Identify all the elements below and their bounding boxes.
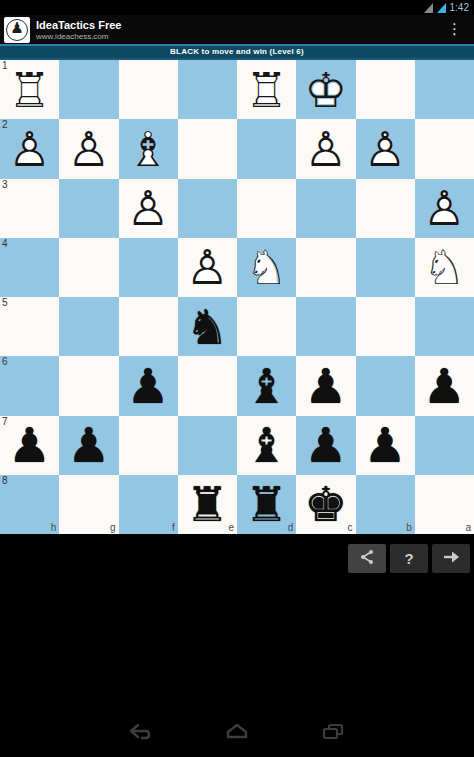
piece-black-pawn[interactable]: ♟ <box>296 356 355 415</box>
square-c7[interactable]: ♟ <box>296 416 355 475</box>
piece-black-bishop[interactable]: ♝ <box>237 356 296 415</box>
square-c5[interactable] <box>296 297 355 356</box>
piece-white-rook[interactable]: ♜♖ <box>237 60 296 119</box>
puzzle-banner: BLACK to move and win (Level 6) <box>0 44 474 60</box>
square-a5[interactable] <box>415 297 474 356</box>
square-f1[interactable] <box>119 60 178 119</box>
square-b3[interactable] <box>356 179 415 238</box>
rank-label-5: 5 <box>2 298 8 308</box>
square-h8[interactable]: 8h <box>0 475 59 534</box>
square-e7[interactable] <box>178 416 237 475</box>
square-g6[interactable] <box>59 356 118 415</box>
square-a8[interactable]: a <box>415 475 474 534</box>
status-bar: 1:42 <box>0 0 474 15</box>
square-b4[interactable] <box>356 238 415 297</box>
piece-outline-layer: ♙ <box>8 125 51 173</box>
puzzle-banner-text: BLACK to move and win (Level 6) <box>170 46 304 58</box>
file-label-b: b <box>406 523 412 533</box>
square-h4[interactable]: 4 <box>0 238 59 297</box>
app-title: IdeaTactics Free <box>36 19 121 32</box>
square-g2[interactable]: ♟♙ <box>59 119 118 178</box>
share-icon <box>359 549 375 569</box>
square-g4[interactable] <box>59 238 118 297</box>
piece-black-pawn[interactable]: ♟ <box>296 416 355 475</box>
square-f7[interactable] <box>119 416 178 475</box>
piece-outline-layer: ♙ <box>67 125 110 173</box>
piece-white-pawn[interactable]: ♟♙ <box>119 179 178 238</box>
square-b2[interactable]: ♟♙ <box>356 119 415 178</box>
square-e5[interactable]: ♞ <box>178 297 237 356</box>
square-h1[interactable]: 1♜♖ <box>0 60 59 119</box>
question-mark-icon: ? <box>404 550 413 567</box>
file-label-f: f <box>172 523 175 533</box>
piece-black-pawn[interactable]: ♟ <box>119 356 178 415</box>
rank-label-6: 6 <box>2 357 8 367</box>
square-f3[interactable]: ♟♙ <box>119 179 178 238</box>
square-h7[interactable]: 7♟ <box>0 416 59 475</box>
square-d2[interactable] <box>237 119 296 178</box>
square-e3[interactable] <box>178 179 237 238</box>
piece-black-rook[interactable]: ♜ <box>237 475 296 534</box>
square-a3[interactable]: ♟♙ <box>415 179 474 238</box>
logo-pawn-icon: ♟ <box>10 21 23 36</box>
rank-label-3: 3 <box>2 180 8 190</box>
title-block: IdeaTactics Free www.ideachess.com <box>36 19 121 41</box>
rank-label-8: 8 <box>2 476 8 486</box>
piece-outline-layer: ♘ <box>423 243 466 291</box>
piece-outline-layer: ♙ <box>304 125 347 173</box>
piece-outline-layer: ♙ <box>127 184 170 232</box>
hint-button[interactable]: ? <box>390 544 428 573</box>
square-g3[interactable] <box>59 179 118 238</box>
piece-white-pawn[interactable]: ♟♙ <box>296 119 355 178</box>
lower-panel: ? <box>0 534 474 757</box>
square-c3[interactable] <box>296 179 355 238</box>
piece-black-king[interactable]: ♚ <box>296 475 355 534</box>
square-d8[interactable]: d♜ <box>237 475 296 534</box>
home-icon <box>225 723 249 740</box>
square-e4[interactable]: ♟♙ <box>178 238 237 297</box>
square-a1[interactable] <box>415 60 474 119</box>
wifi-signal-icon <box>437 3 446 13</box>
square-e6[interactable] <box>178 356 237 415</box>
piece-black-knight[interactable]: ♞ <box>178 297 237 356</box>
square-g8[interactable]: g <box>59 475 118 534</box>
piece-white-pawn[interactable]: ♟♙ <box>178 238 237 297</box>
piece-black-pawn[interactable]: ♟ <box>356 416 415 475</box>
piece-outline-layer: ♗ <box>127 125 170 173</box>
back-button[interactable] <box>128 722 154 740</box>
square-f8[interactable]: f <box>119 475 178 534</box>
recents-button[interactable] <box>320 722 346 740</box>
file-label-g: g <box>110 523 116 533</box>
square-c4[interactable] <box>296 238 355 297</box>
piece-black-rook[interactable]: ♜ <box>178 475 237 534</box>
rank-label-4: 4 <box>2 239 8 249</box>
square-f6[interactable]: ♟ <box>119 356 178 415</box>
piece-black-bishop[interactable]: ♝ <box>237 416 296 475</box>
square-f4[interactable] <box>119 238 178 297</box>
square-d7[interactable]: ♝ <box>237 416 296 475</box>
square-b6[interactable] <box>356 356 415 415</box>
toolbar: ? <box>0 534 474 573</box>
square-h5[interactable]: 5 <box>0 297 59 356</box>
square-c8[interactable]: c♚ <box>296 475 355 534</box>
back-icon <box>128 723 154 740</box>
logo-ring: ♟ <box>6 19 28 41</box>
android-nav-bar <box>0 709 474 757</box>
cellular-signal-icon <box>424 3 433 13</box>
overflow-menu-icon[interactable]: ⋮ <box>439 15 470 44</box>
action-bar: ♟ IdeaTactics Free www.ideachess.com ⋮ <box>0 15 474 44</box>
square-g7[interactable]: ♟ <box>59 416 118 475</box>
piece-outline-layer: ♙ <box>364 125 407 173</box>
piece-white-pawn[interactable]: ♟♙ <box>415 179 474 238</box>
square-d1[interactable]: ♜♖ <box>237 60 296 119</box>
square-b1[interactable] <box>356 60 415 119</box>
file-label-a: a <box>465 523 471 533</box>
piece-white-bishop[interactable]: ♝♗ <box>119 119 178 178</box>
arrow-right-icon <box>443 550 460 568</box>
square-b7[interactable]: ♟ <box>356 416 415 475</box>
square-g5[interactable] <box>59 297 118 356</box>
app-subtitle: www.ideachess.com <box>36 32 121 41</box>
square-d4[interactable]: ♞♘ <box>237 238 296 297</box>
square-a2[interactable] <box>415 119 474 178</box>
piece-outline-layer: ♙ <box>423 184 466 232</box>
piece-white-knight[interactable]: ♞♘ <box>237 238 296 297</box>
piece-outline-layer: ♘ <box>245 243 288 291</box>
square-h2[interactable]: 2♟♙ <box>0 119 59 178</box>
status-time: 1:42 <box>450 0 469 15</box>
piece-black-pawn[interactable]: ♟ <box>0 416 59 475</box>
piece-white-knight[interactable]: ♞♘ <box>415 238 474 297</box>
square-a6[interactable]: ♟ <box>415 356 474 415</box>
piece-white-pawn[interactable]: ♟♙ <box>356 119 415 178</box>
recents-icon <box>322 723 344 740</box>
piece-outline-layer: ♖ <box>245 66 288 114</box>
square-c2[interactable]: ♟♙ <box>296 119 355 178</box>
chess-board[interactable]: 1♜♖♜♖♚♔2♟♙♟♙♝♗♟♙♟♙3♟♙♟♙4♟♙♞♘♞♘5♞6♟♝♟♟7♟♟… <box>0 60 474 536</box>
piece-outline-layer: ♙ <box>186 243 229 291</box>
square-e1[interactable] <box>178 60 237 119</box>
square-a7[interactable] <box>415 416 474 475</box>
home-button[interactable] <box>224 722 250 740</box>
piece-white-pawn[interactable]: ♟♙ <box>59 119 118 178</box>
square-a4[interactable]: ♞♘ <box>415 238 474 297</box>
piece-white-pawn[interactable]: ♟♙ <box>0 119 59 178</box>
square-h6[interactable]: 6 <box>0 356 59 415</box>
square-b8[interactable]: b <box>356 475 415 534</box>
square-c1[interactable]: ♚♔ <box>296 60 355 119</box>
piece-white-rook[interactable]: ♜♖ <box>0 60 59 119</box>
square-g1[interactable] <box>59 60 118 119</box>
square-c6[interactable]: ♟ <box>296 356 355 415</box>
file-label-h: h <box>51 523 57 533</box>
next-puzzle-button[interactable] <box>432 544 470 573</box>
piece-white-king[interactable]: ♚♔ <box>296 60 355 119</box>
square-d5[interactable] <box>237 297 296 356</box>
app-logo-icon: ♟ <box>4 17 30 43</box>
piece-black-pawn[interactable]: ♟ <box>415 356 474 415</box>
piece-outline-layer: ♔ <box>304 66 347 114</box>
square-f2[interactable]: ♝♗ <box>119 119 178 178</box>
square-b5[interactable] <box>356 297 415 356</box>
square-d3[interactable] <box>237 179 296 238</box>
piece-outline-layer: ♖ <box>8 66 51 114</box>
square-e8[interactable]: e♜ <box>178 475 237 534</box>
square-f5[interactable] <box>119 297 178 356</box>
square-e2[interactable] <box>178 119 237 178</box>
share-button[interactable] <box>348 544 386 573</box>
square-h3[interactable]: 3 <box>0 179 59 238</box>
piece-black-pawn[interactable]: ♟ <box>59 416 118 475</box>
square-d6[interactable]: ♝ <box>237 356 296 415</box>
